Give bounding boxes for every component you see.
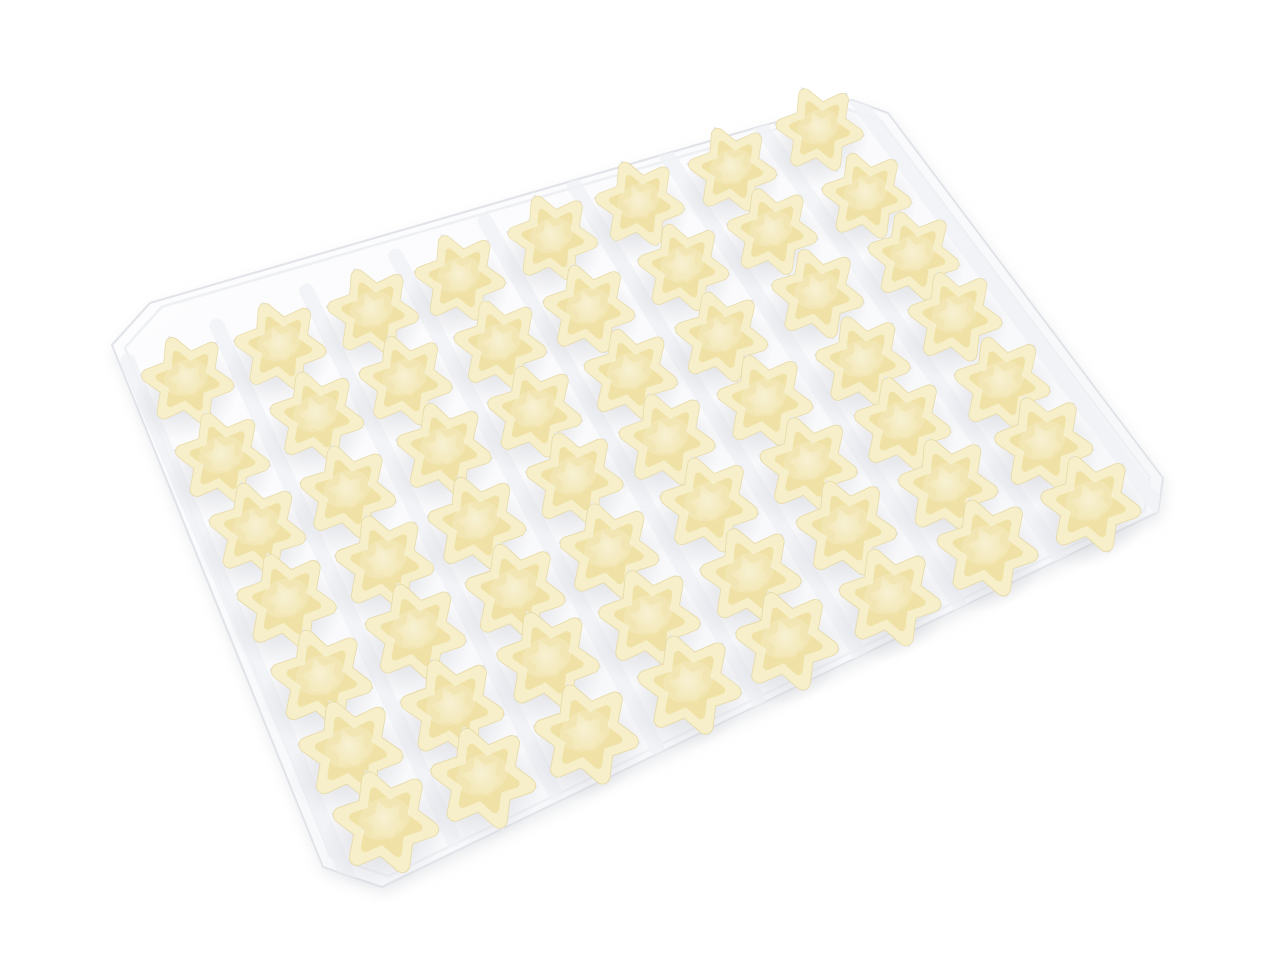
chocolate-star-tray — [0, 0, 1280, 960]
product-photo — [0, 0, 1280, 960]
